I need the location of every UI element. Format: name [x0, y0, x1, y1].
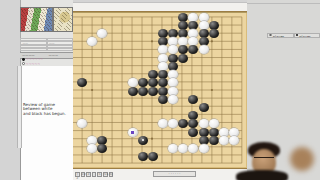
- nav-button[interactable]: >: [97, 172, 102, 177]
- wide-toolbar-button[interactable]: · · · · · ·: [153, 171, 196, 177]
- hoshi-point: [151, 138, 153, 140]
- white-player-name-row: white player: [267, 33, 294, 38]
- nav-button[interactable]: <<: [81, 172, 86, 177]
- user-name: ~~~~~~: [26, 57, 43, 61]
- nav-button[interactable]: >>: [103, 172, 108, 177]
- nav-button[interactable]: |<: [75, 172, 80, 177]
- chat-panel[interactable]: Review of game between whiteand black ha…: [20, 66, 73, 180]
- black-stone: [138, 87, 148, 96]
- black-stone: [209, 136, 219, 145]
- black-stone: [148, 87, 158, 96]
- white-stone-icon: [22, 62, 25, 65]
- white-stone: [128, 78, 138, 87]
- black-stone: [158, 95, 168, 104]
- player-info-table: ————————————————: [20, 38, 73, 51]
- chat-scrollbar[interactable]: [17, 66, 22, 148]
- hoshi-point: [211, 40, 213, 42]
- nav-button[interactable]: <: [86, 172, 91, 177]
- nav-button[interactable]: >|: [109, 172, 114, 177]
- black-stone: [199, 103, 209, 112]
- game-board-panel: |<<<<.>>>>| · · · · · ·: [48, 2, 248, 180]
- hoshi-point: [91, 89, 93, 91]
- white-stone: [199, 144, 209, 153]
- white-stone-icon: [269, 34, 272, 37]
- black-player-name-row: black player: [294, 33, 320, 38]
- black-player-avatar: [53, 7, 73, 32]
- navigation-toolbar: |<<<<.>>>>|: [75, 172, 113, 179]
- chat-message: Review of game between whiteand black ha…: [23, 103, 71, 116]
- white-stone: [219, 136, 229, 145]
- go-board[interactable]: [56, 11, 248, 169]
- app-window: |<<<<.>>>>| · · · · · · white player bla…: [0, 0, 320, 180]
- white-stone: [168, 95, 178, 104]
- black-stone: [188, 128, 198, 137]
- white-player-avatar: [20, 7, 53, 32]
- white-stone: [199, 45, 209, 54]
- sidebar-divider: [247, 3, 320, 4]
- lamp-glow: [287, 144, 317, 174]
- person-shoulder: [236, 170, 288, 180]
- hoshi-point: [151, 40, 153, 42]
- webcam-view: [232, 140, 320, 180]
- black-stone-icon: [22, 58, 25, 61]
- black-stone: [128, 87, 138, 96]
- black-player-name: black player: [299, 33, 319, 38]
- white-player-name: white player: [273, 33, 293, 38]
- user-list: ~~~~~~~~~~~: [20, 57, 73, 66]
- nav-button[interactable]: .: [92, 172, 97, 177]
- black-stone: [209, 29, 219, 38]
- black-stone-icon: [296, 34, 299, 37]
- move-marker: [131, 131, 134, 134]
- hoshi-point: [211, 89, 213, 91]
- person-glasses: [254, 157, 274, 158]
- black-stone: [178, 54, 188, 63]
